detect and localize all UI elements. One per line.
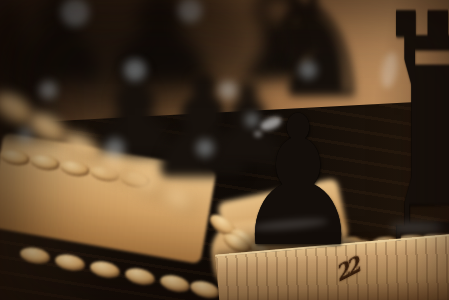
pawn-head-highlight-small [254,131,262,137]
foreground-pawn: ♟ [226,92,370,272]
rook-neck-highlight [390,222,442,233]
chess-photo-canvas: ♟ ♟ ♟ ♝ ♟ ♞ ♟ ♟ ♟ ♜ 22 ♟ [0,0,449,300]
